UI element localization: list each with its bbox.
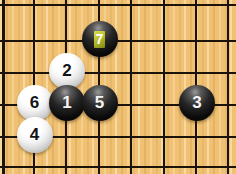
grid-vline bbox=[227, 0, 229, 174]
move-number: 1 bbox=[62, 94, 71, 111]
stone-white-2: 2 bbox=[49, 53, 85, 89]
stone-black-1: 1 bbox=[49, 85, 85, 121]
grid-vline bbox=[163, 0, 165, 174]
move-number: 4 bbox=[30, 126, 39, 143]
stone-white-4: 4 bbox=[17, 117, 53, 153]
stone-white-6: 6 bbox=[17, 85, 53, 121]
move-number: 2 bbox=[62, 62, 71, 79]
grid-hline bbox=[0, 4, 236, 6]
stone-black-5: 5 bbox=[82, 85, 118, 121]
grid-hline bbox=[0, 72, 236, 74]
grid-hline bbox=[0, 40, 236, 42]
stone-black-7: 7 bbox=[82, 21, 118, 57]
move-number: 5 bbox=[95, 94, 104, 111]
go-board[interactable]: 7261534 bbox=[0, 0, 236, 174]
move-number: 6 bbox=[30, 94, 39, 111]
grid-vline bbox=[130, 0, 132, 174]
move-number: 7 bbox=[96, 32, 104, 46]
move-number: 3 bbox=[192, 94, 201, 111]
grid-vline bbox=[2, 0, 5, 174]
stone-black-3: 3 bbox=[179, 85, 215, 121]
last-move-marker: 7 bbox=[94, 31, 105, 48]
grid-hline bbox=[0, 166, 236, 168]
